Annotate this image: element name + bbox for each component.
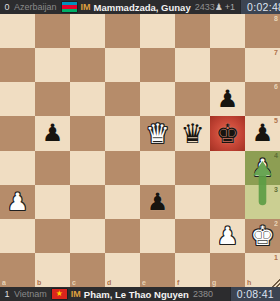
bottom-player-name: Pham, Le Thao Nguyen xyxy=(84,289,189,300)
azerbaijan-flag xyxy=(62,2,77,12)
file-label-f: f xyxy=(177,279,179,286)
square-a1[interactable]: a xyxy=(0,253,35,287)
square-h5[interactable]: 5♟ xyxy=(245,116,280,150)
file-label-c: c xyxy=(72,279,76,286)
square-h2[interactable]: 2♚ xyxy=(245,219,280,253)
top-player-bar: 0 Azerbaijan IM Mammadzada, Gunay 2433 ♟… xyxy=(0,0,280,14)
top-player-name: Mammadzada, Gunay xyxy=(94,2,191,13)
square-d5[interactable] xyxy=(105,116,140,150)
square-d8[interactable] xyxy=(105,14,140,48)
square-c3[interactable] xyxy=(70,185,105,219)
square-g4[interactable] xyxy=(210,151,245,185)
square-a3[interactable]: ♟ xyxy=(0,185,35,219)
file-label-g: g xyxy=(212,279,216,286)
square-e1[interactable]: e xyxy=(140,253,175,287)
piece-black-p-h5[interactable]: ♟ xyxy=(252,121,274,145)
square-f3[interactable] xyxy=(175,185,210,219)
top-player-score: 0 xyxy=(0,2,14,12)
square-a5[interactable] xyxy=(0,116,35,150)
rank-label-1: 1 xyxy=(274,254,278,261)
piece-white-p-a3[interactable]: ♟ xyxy=(7,190,29,214)
square-g6[interactable]: ♟ xyxy=(210,82,245,116)
square-b7[interactable] xyxy=(35,48,70,82)
square-c6[interactable] xyxy=(70,82,105,116)
piece-black-k-g5[interactable]: ♚ xyxy=(215,120,239,147)
square-b2[interactable] xyxy=(35,219,70,253)
rank-label-8: 8 xyxy=(274,15,278,22)
top-player-clock: 0:02:48 xyxy=(240,0,280,14)
square-d2[interactable] xyxy=(105,219,140,253)
rank-label-7: 7 xyxy=(274,49,278,56)
top-player-title: IM xyxy=(81,2,91,12)
square-c2[interactable] xyxy=(70,219,105,253)
rank-label-2: 2 xyxy=(274,220,278,227)
square-d3[interactable] xyxy=(105,185,140,219)
bottom-player-rating: 2380 xyxy=(193,289,213,299)
square-h7[interactable]: 7 xyxy=(245,48,280,82)
file-label-h: h xyxy=(247,279,251,286)
square-f6[interactable] xyxy=(175,82,210,116)
piece-white-p-h4[interactable]: ♟ xyxy=(252,156,274,180)
square-c1[interactable]: c xyxy=(70,253,105,287)
square-c8[interactable] xyxy=(70,14,105,48)
square-g2[interactable]: ♟ xyxy=(210,219,245,253)
square-d1[interactable]: d xyxy=(105,253,140,287)
top-player-rating: 2433 xyxy=(195,2,215,12)
material-advantage: ♟ +1 xyxy=(215,2,240,12)
square-f1[interactable]: f xyxy=(175,253,210,287)
piece-white-k-h2[interactable]: ♚ xyxy=(250,222,274,249)
square-b5[interactable]: ♟ xyxy=(35,116,70,150)
square-b3[interactable] xyxy=(35,185,70,219)
square-h3[interactable]: 3 xyxy=(245,185,280,219)
square-g1[interactable]: g xyxy=(210,253,245,287)
square-g8[interactable] xyxy=(210,14,245,48)
bottom-player-country: Vietnam xyxy=(14,289,47,299)
rank-label-4: 4 xyxy=(274,152,278,159)
square-g7[interactable] xyxy=(210,48,245,82)
piece-white-p-g2[interactable]: ♟ xyxy=(217,224,239,248)
square-c7[interactable] xyxy=(70,48,105,82)
square-e6[interactable] xyxy=(140,82,175,116)
square-f8[interactable] xyxy=(175,14,210,48)
square-e7[interactable] xyxy=(140,48,175,82)
vietnam-flag: ★ xyxy=(52,289,67,299)
square-f2[interactable] xyxy=(175,219,210,253)
square-f7[interactable] xyxy=(175,48,210,82)
piece-black-q-f5[interactable]: ♛ xyxy=(180,120,204,147)
square-e4[interactable] xyxy=(140,151,175,185)
square-g3[interactable] xyxy=(210,185,245,219)
top-player-country: Azerbaijan xyxy=(14,2,57,12)
bottom-player-clock: 0:08:41 xyxy=(230,287,280,301)
square-c4[interactable] xyxy=(70,151,105,185)
square-b8[interactable] xyxy=(35,14,70,48)
file-label-d: d xyxy=(107,279,111,286)
square-f4[interactable] xyxy=(175,151,210,185)
square-d6[interactable] xyxy=(105,82,140,116)
square-h8[interactable]: 8 xyxy=(245,14,280,48)
piece-black-p-b5[interactable]: ♟ xyxy=(42,121,64,145)
square-b6[interactable] xyxy=(35,82,70,116)
square-a7[interactable] xyxy=(0,48,35,82)
square-b1[interactable]: b xyxy=(35,253,70,287)
square-e5[interactable]: ♛ xyxy=(140,116,175,150)
square-a8[interactable] xyxy=(0,14,35,48)
square-a2[interactable] xyxy=(0,219,35,253)
square-f5[interactable]: ♛ xyxy=(175,116,210,150)
file-label-b: b xyxy=(37,279,41,286)
square-a4[interactable] xyxy=(0,151,35,185)
rank-label-5: 5 xyxy=(274,117,278,124)
rank-label-3: 3 xyxy=(274,186,278,193)
bottom-player-score: 1 xyxy=(0,289,14,299)
square-d7[interactable] xyxy=(105,48,140,82)
piece-black-p-g6[interactable]: ♟ xyxy=(217,87,239,111)
square-a6[interactable] xyxy=(0,82,35,116)
piece-white-q-e5[interactable]: ♛ xyxy=(145,120,169,147)
square-d4[interactable] xyxy=(105,151,140,185)
pawn-icon: ♟ xyxy=(215,2,223,12)
square-e8[interactable] xyxy=(140,14,175,48)
square-h6[interactable]: 6 xyxy=(245,82,280,116)
square-e3[interactable]: ♟ xyxy=(140,185,175,219)
material-value: +1 xyxy=(225,2,235,12)
bottom-player-bar: 1 Vietnam ★ IM Pham, Le Thao Nguyen 2380… xyxy=(0,287,280,301)
square-g5[interactable]: ♚ xyxy=(210,116,245,150)
file-label-e: e xyxy=(142,279,146,286)
piece-black-p-e3[interactable]: ♟ xyxy=(147,190,169,214)
chess-board[interactable]: 87♟6♟♛♛♚5♟4♟♟♟3♟2♚abcdefg1h xyxy=(0,14,280,287)
bottom-player-title: IM xyxy=(71,289,81,299)
square-c5[interactable] xyxy=(70,116,105,150)
square-h1[interactable]: 1h xyxy=(245,253,280,287)
star-icon: ★ xyxy=(56,290,63,298)
rank-label-6: 6 xyxy=(274,83,278,90)
square-e2[interactable] xyxy=(140,219,175,253)
square-b4[interactable] xyxy=(35,151,70,185)
file-label-a: a xyxy=(2,279,6,286)
square-h4[interactable]: 4♟ xyxy=(245,151,280,185)
